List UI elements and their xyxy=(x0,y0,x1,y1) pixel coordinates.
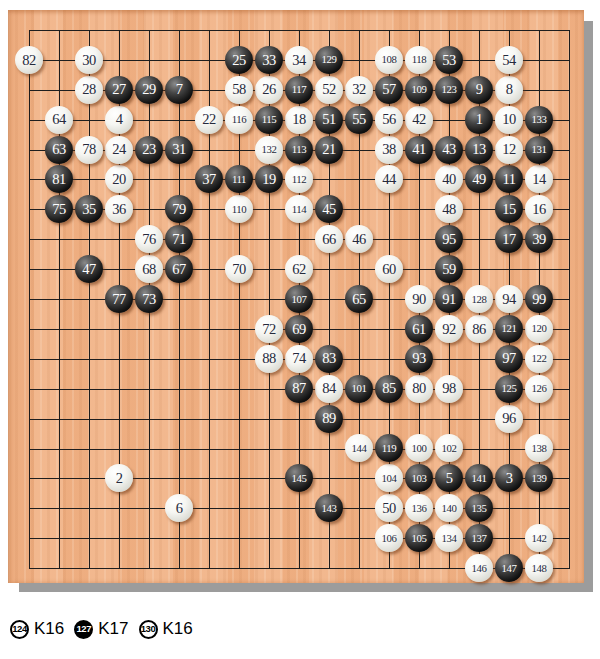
stone-number: 117 xyxy=(292,84,307,95)
stone-number: 67 xyxy=(172,262,186,277)
stone-number: 10 xyxy=(502,112,516,127)
stone-number: 95 xyxy=(442,232,456,247)
stone-number: 33 xyxy=(262,53,276,68)
stone-71: 71 xyxy=(165,225,193,253)
stone-number: 91 xyxy=(442,292,456,307)
stone-84: 84 xyxy=(315,375,343,403)
stone-34: 34 xyxy=(285,46,313,74)
stone-number: 79 xyxy=(172,202,186,217)
stone-94: 94 xyxy=(495,285,523,313)
stone-42: 42 xyxy=(405,106,433,134)
stone-91: 91 xyxy=(435,285,463,313)
stone-number: 1 xyxy=(476,112,483,127)
stone-5: 5 xyxy=(435,464,463,492)
stone-number: 116 xyxy=(232,114,247,125)
stone-85: 85 xyxy=(375,375,403,403)
stone-111: 111 xyxy=(225,165,253,193)
stone-37: 37 xyxy=(195,165,223,193)
stone-9: 9 xyxy=(465,76,493,104)
stone-number: 50 xyxy=(382,501,396,516)
stone-number: 40 xyxy=(442,172,456,187)
stone-number: 143 xyxy=(322,503,337,514)
stone-number: 64 xyxy=(52,112,66,127)
caption-black-stone-icon: 127 xyxy=(74,620,93,639)
stone-54: 54 xyxy=(495,46,523,74)
stone-number: 35 xyxy=(82,202,96,217)
stone-142: 142 xyxy=(525,524,553,552)
stone-95: 95 xyxy=(435,225,463,253)
stone-number: 134 xyxy=(442,533,457,544)
stone-45: 45 xyxy=(315,195,343,223)
stone-number: 74 xyxy=(292,351,306,366)
stone-number: 57 xyxy=(382,82,396,97)
stone-number: 135 xyxy=(472,503,487,514)
move-caption: 124K16127K17130K16 xyxy=(10,616,193,642)
stone-17: 17 xyxy=(495,225,523,253)
stone-number: 137 xyxy=(472,533,487,544)
stone-number: 148 xyxy=(532,563,547,574)
stone-number: 46 xyxy=(352,232,366,247)
stone-72: 72 xyxy=(255,315,283,343)
stone-number: 51 xyxy=(322,112,336,127)
stone-25: 25 xyxy=(225,46,253,74)
stone-number: 80 xyxy=(412,381,426,396)
stone-67: 67 xyxy=(165,255,193,283)
stone-number: 9 xyxy=(476,82,483,97)
stone-number: 71 xyxy=(172,232,186,247)
stone-64: 64 xyxy=(45,106,73,134)
stone-135: 135 xyxy=(465,494,493,522)
stone-number: 109 xyxy=(412,84,427,95)
stone-number: 29 xyxy=(142,82,156,97)
stone-number: 31 xyxy=(172,142,186,157)
stone-125: 125 xyxy=(495,375,523,403)
stone-38: 38 xyxy=(375,136,403,164)
stone-number: 58 xyxy=(232,82,246,97)
stone-number: 25 xyxy=(232,53,246,68)
stone-83: 83 xyxy=(315,345,343,373)
stone-number: 138 xyxy=(532,443,547,454)
stone-96: 96 xyxy=(495,405,523,433)
stone-4: 4 xyxy=(105,106,133,134)
stone-44: 44 xyxy=(375,165,403,193)
stone-number: 105 xyxy=(412,533,427,544)
stone-number: 118 xyxy=(412,54,427,65)
stone-number: 125 xyxy=(502,383,517,394)
stone-27: 27 xyxy=(105,76,133,104)
stone-106: 106 xyxy=(375,524,403,552)
stone-number: 81 xyxy=(52,172,66,187)
stone-number: 32 xyxy=(352,82,366,97)
stone-92: 92 xyxy=(435,315,463,343)
caption-coordinate: K17 xyxy=(98,619,128,639)
stone-number: 113 xyxy=(292,144,307,155)
stone-number: 7 xyxy=(176,82,183,97)
stone-76: 76 xyxy=(135,225,163,253)
stone-70: 70 xyxy=(225,255,253,283)
stone-number: 59 xyxy=(442,262,456,277)
stone-number: 5 xyxy=(446,471,453,486)
stone-21: 21 xyxy=(315,136,343,164)
stone-number: 77 xyxy=(112,292,126,307)
stone-number: 42 xyxy=(412,112,426,127)
stone-number: 38 xyxy=(382,142,396,157)
stone-number: 119 xyxy=(382,443,397,454)
stone-100: 100 xyxy=(405,434,433,462)
stone-20: 20 xyxy=(105,165,133,193)
stone-number: 43 xyxy=(442,142,456,157)
stone-number: 139 xyxy=(532,473,547,484)
stone-number: 106 xyxy=(382,533,397,544)
stone-56: 56 xyxy=(375,106,403,134)
stone-1: 1 xyxy=(465,106,493,134)
stone-60: 60 xyxy=(375,255,403,283)
stone-146: 146 xyxy=(465,554,493,582)
stone-73: 73 xyxy=(135,285,163,313)
caption-white-stone-icon: 124 xyxy=(10,620,29,639)
stone-133: 133 xyxy=(525,106,553,134)
stone-116: 116 xyxy=(225,106,253,134)
stone-141: 141 xyxy=(465,464,493,492)
stone-number: 55 xyxy=(352,112,366,127)
stone-3: 3 xyxy=(495,464,523,492)
stone-129: 129 xyxy=(315,46,343,74)
stone-number: 90 xyxy=(412,292,426,307)
stone-number: 11 xyxy=(503,172,516,187)
stone-number: 123 xyxy=(442,84,457,95)
stone-14: 14 xyxy=(525,165,553,193)
stone-number: 100 xyxy=(412,443,427,454)
stone-number: 16 xyxy=(532,202,546,217)
stone-number: 108 xyxy=(382,54,397,65)
stone-number: 114 xyxy=(292,204,307,215)
stone-145: 145 xyxy=(285,464,313,492)
stone-number: 48 xyxy=(442,202,456,217)
stone-48: 48 xyxy=(435,195,463,223)
go-board: 1234567891011121314151617181920212223242… xyxy=(8,10,584,583)
stone-29: 29 xyxy=(135,76,163,104)
stone-number: 145 xyxy=(292,473,307,484)
stone-104: 104 xyxy=(375,464,403,492)
stone-number: 147 xyxy=(502,563,517,574)
stone-number: 93 xyxy=(412,351,426,366)
stone-number: 8 xyxy=(506,82,513,97)
stone-136: 136 xyxy=(405,494,433,522)
stone-7: 7 xyxy=(165,76,193,104)
stone-47: 47 xyxy=(75,255,103,283)
stone-number: 76 xyxy=(142,232,156,247)
stone-number: 89 xyxy=(322,411,336,426)
stone-107: 107 xyxy=(285,285,313,313)
stone-number: 83 xyxy=(322,351,336,366)
stone-number: 54 xyxy=(502,53,516,68)
stone-13: 13 xyxy=(465,136,493,164)
stone-number: 111 xyxy=(232,174,246,185)
stone-number: 129 xyxy=(322,54,337,65)
stone-number: 99 xyxy=(532,292,546,307)
stone-79: 79 xyxy=(165,195,193,223)
stone-87: 87 xyxy=(285,375,313,403)
stone-120: 120 xyxy=(525,315,553,343)
stone-number: 70 xyxy=(232,262,246,277)
stone-number: 121 xyxy=(502,323,517,334)
stone-number: 131 xyxy=(532,144,547,155)
stone-number: 3 xyxy=(506,471,513,486)
stone-53: 53 xyxy=(435,46,463,74)
stone-number: 104 xyxy=(382,473,397,484)
stone-number: 136 xyxy=(412,503,427,514)
stone-33: 33 xyxy=(255,46,283,74)
caption-white-stone-icon: 130 xyxy=(139,620,158,639)
stone-103: 103 xyxy=(405,464,433,492)
stone-number: 133 xyxy=(532,114,547,125)
stone-75: 75 xyxy=(45,195,73,223)
stone-number: 97 xyxy=(502,351,516,366)
stone-134: 134 xyxy=(435,524,463,552)
stone-101: 101 xyxy=(345,375,373,403)
stone-number: 6 xyxy=(176,501,183,516)
go-game-diagram: 1234567891011121314151617181920212223242… xyxy=(0,0,600,659)
stone-number: 52 xyxy=(322,82,336,97)
stone-113: 113 xyxy=(285,136,313,164)
caption-move-124: 124K16 xyxy=(10,619,64,639)
stone-number: 26 xyxy=(262,82,276,97)
stone-number: 34 xyxy=(292,53,306,68)
stone-6: 6 xyxy=(165,494,193,522)
stone-35: 35 xyxy=(75,195,103,223)
stone-61: 61 xyxy=(405,315,433,343)
stone-number: 115 xyxy=(262,114,277,125)
stone-41: 41 xyxy=(405,136,433,164)
stone-118: 118 xyxy=(405,46,433,74)
stone-number: 142 xyxy=(532,533,547,544)
stone-2: 2 xyxy=(105,464,133,492)
stone-number: 103 xyxy=(412,473,427,484)
stone-number: 28 xyxy=(82,82,96,97)
stone-26: 26 xyxy=(255,76,283,104)
stone-109: 109 xyxy=(405,76,433,104)
stone-112: 112 xyxy=(285,165,313,193)
stone-number: 101 xyxy=(352,383,367,394)
stone-10: 10 xyxy=(495,106,523,134)
stone-28: 28 xyxy=(75,76,103,104)
stone-number: 122 xyxy=(532,353,547,364)
stone-132: 132 xyxy=(255,136,283,164)
stone-40: 40 xyxy=(435,165,463,193)
stone-50: 50 xyxy=(375,494,403,522)
stone-number: 4 xyxy=(116,112,123,127)
stone-55: 55 xyxy=(345,106,373,134)
stone-number: 56 xyxy=(382,112,396,127)
stone-138: 138 xyxy=(525,434,553,462)
stone-51: 51 xyxy=(315,106,343,134)
stone-number: 39 xyxy=(532,232,546,247)
stone-22: 22 xyxy=(195,106,223,134)
stone-39: 39 xyxy=(525,225,553,253)
stone-117: 117 xyxy=(285,76,313,104)
stone-98: 98 xyxy=(435,375,463,403)
stone-123: 123 xyxy=(435,76,463,104)
stone-82: 82 xyxy=(15,46,43,74)
stone-number: 36 xyxy=(112,202,126,217)
stone-number: 102 xyxy=(442,443,457,454)
stone-46: 46 xyxy=(345,225,373,253)
stone-30: 30 xyxy=(75,46,103,74)
stone-number: 75 xyxy=(52,202,66,217)
stone-number: 47 xyxy=(82,262,96,277)
stone-number: 60 xyxy=(382,262,396,277)
stone-68: 68 xyxy=(135,255,163,283)
stone-number: 98 xyxy=(442,381,456,396)
stone-number: 66 xyxy=(322,232,336,247)
stone-number: 86 xyxy=(472,322,486,337)
stone-115: 115 xyxy=(255,106,283,134)
stone-number: 72 xyxy=(262,322,276,337)
stone-66: 66 xyxy=(315,225,343,253)
stone-19: 19 xyxy=(255,165,283,193)
stone-number: 63 xyxy=(52,142,66,157)
stone-number: 112 xyxy=(292,174,307,185)
stone-102: 102 xyxy=(435,434,463,462)
stone-number: 37 xyxy=(202,172,216,187)
stone-number: 49 xyxy=(472,172,486,187)
stone-89: 89 xyxy=(315,405,343,433)
stone-63: 63 xyxy=(45,136,73,164)
caption-coordinate: K16 xyxy=(163,619,193,639)
stone-number: 82 xyxy=(22,53,36,68)
stone-number: 144 xyxy=(352,443,367,454)
stone-number: 20 xyxy=(112,172,126,187)
stone-number: 128 xyxy=(472,294,487,305)
stone-18: 18 xyxy=(285,106,313,134)
stone-62: 62 xyxy=(285,255,313,283)
stone-number: 22 xyxy=(202,112,216,127)
stone-31: 31 xyxy=(165,136,193,164)
stone-121: 121 xyxy=(495,315,523,343)
stone-52: 52 xyxy=(315,76,343,104)
stone-108: 108 xyxy=(375,46,403,74)
stone-number: 44 xyxy=(382,172,396,187)
stone-137: 137 xyxy=(465,524,493,552)
stone-69: 69 xyxy=(285,315,313,343)
stone-number: 13 xyxy=(472,142,486,157)
stone-36: 36 xyxy=(105,195,133,223)
stone-114: 114 xyxy=(285,195,313,223)
stone-number: 17 xyxy=(502,232,516,247)
stone-58: 58 xyxy=(225,76,253,104)
stone-43: 43 xyxy=(435,136,463,164)
stone-number: 94 xyxy=(502,292,516,307)
stone-number: 27 xyxy=(112,82,126,97)
stone-number: 68 xyxy=(142,262,156,277)
stone-number: 107 xyxy=(292,294,307,305)
stone-number: 21 xyxy=(322,142,336,157)
stone-number: 61 xyxy=(412,322,426,337)
stone-90: 90 xyxy=(405,285,433,313)
stone-number: 92 xyxy=(442,322,456,337)
stone-77: 77 xyxy=(105,285,133,313)
stone-number: 14 xyxy=(532,172,546,187)
stone-number: 23 xyxy=(142,142,156,157)
stone-140: 140 xyxy=(435,494,463,522)
stone-57: 57 xyxy=(375,76,403,104)
stone-23: 23 xyxy=(135,136,163,164)
stone-number: 126 xyxy=(532,383,547,394)
stone-144: 144 xyxy=(345,434,373,462)
stone-number: 2 xyxy=(116,471,123,486)
stone-105: 105 xyxy=(405,524,433,552)
caption-coordinate: K16 xyxy=(34,619,64,639)
stone-148: 148 xyxy=(525,554,553,582)
stone-59: 59 xyxy=(435,255,463,283)
stone-65: 65 xyxy=(345,285,373,313)
stone-24: 24 xyxy=(105,136,133,164)
stone-number: 146 xyxy=(472,563,487,574)
stone-number: 141 xyxy=(472,473,487,484)
stone-126: 126 xyxy=(525,375,553,403)
stone-number: 84 xyxy=(322,381,336,396)
stone-147: 147 xyxy=(495,554,523,582)
stone-143: 143 xyxy=(315,494,343,522)
stone-86: 86 xyxy=(465,315,493,343)
stone-number: 73 xyxy=(142,292,156,307)
stone-15: 15 xyxy=(495,195,523,223)
stone-number: 30 xyxy=(82,53,96,68)
stone-number: 96 xyxy=(502,411,516,426)
stone-number: 120 xyxy=(532,323,547,334)
stone-122: 122 xyxy=(525,345,553,373)
stone-number: 19 xyxy=(262,172,276,187)
stone-81: 81 xyxy=(45,165,73,193)
stone-number: 65 xyxy=(352,292,366,307)
stone-number: 132 xyxy=(262,144,277,155)
stone-number: 78 xyxy=(82,142,96,157)
stone-119: 119 xyxy=(375,434,403,462)
stone-139: 139 xyxy=(525,464,553,492)
stone-number: 53 xyxy=(442,53,456,68)
stone-110: 110 xyxy=(225,195,253,223)
stone-131: 131 xyxy=(525,136,553,164)
stone-number: 62 xyxy=(292,262,306,277)
stone-number: 87 xyxy=(292,381,306,396)
stone-88: 88 xyxy=(255,345,283,373)
stone-number: 88 xyxy=(262,351,276,366)
stone-80: 80 xyxy=(405,375,433,403)
stone-number: 110 xyxy=(232,204,247,215)
stone-number: 85 xyxy=(382,381,396,396)
stone-12: 12 xyxy=(495,136,523,164)
stone-number: 69 xyxy=(292,322,306,337)
caption-move-130: 130K16 xyxy=(139,619,193,639)
stone-number: 12 xyxy=(502,142,516,157)
stone-number: 24 xyxy=(112,142,126,157)
stone-74: 74 xyxy=(285,345,313,373)
stone-number: 45 xyxy=(322,202,336,217)
stone-97: 97 xyxy=(495,345,523,373)
stone-128: 128 xyxy=(465,285,493,313)
stone-78: 78 xyxy=(75,136,103,164)
stone-49: 49 xyxy=(465,165,493,193)
stone-32: 32 xyxy=(345,76,373,104)
caption-move-127: 127K17 xyxy=(74,619,128,639)
stone-11: 11 xyxy=(495,165,523,193)
stone-number: 15 xyxy=(502,202,516,217)
stone-99: 99 xyxy=(525,285,553,313)
stone-8: 8 xyxy=(495,76,523,104)
stone-16: 16 xyxy=(525,195,553,223)
stone-number: 41 xyxy=(412,142,426,157)
stone-grid: 1234567891011121314151617181920212223242… xyxy=(14,15,584,583)
